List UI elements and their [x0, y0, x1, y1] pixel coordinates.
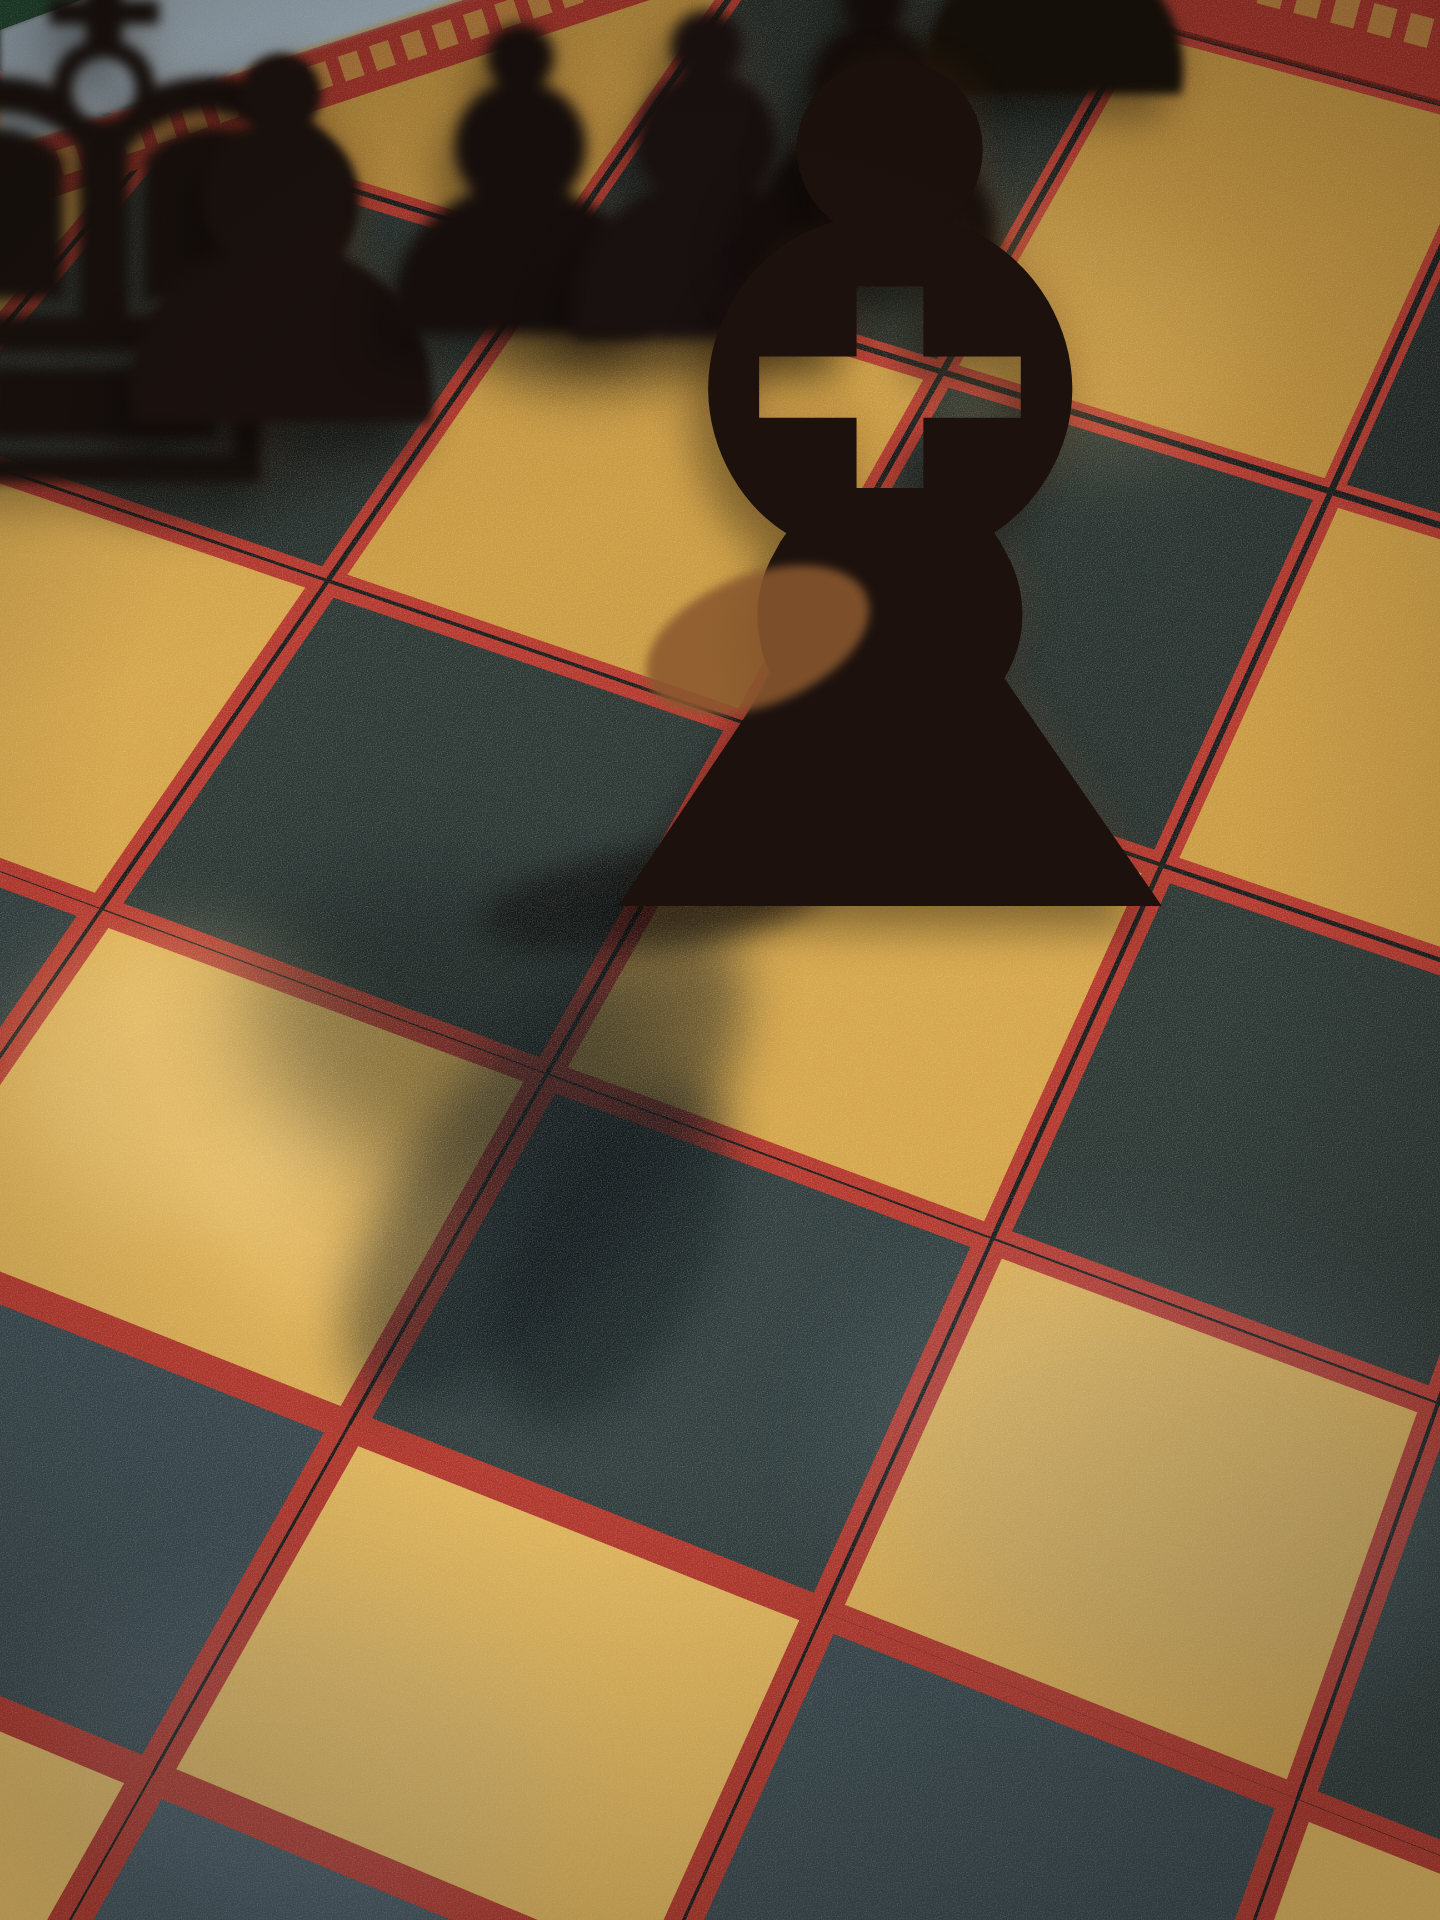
black-bishop-foreground[interactable]: ♝ [370, 0, 1410, 1085]
photo-stage: ♚♟♟♟♟♟♝ [0, 0, 1440, 1920]
pieces-layer: ♚♟♟♟♟♟♝ [0, 0, 1440, 1920]
